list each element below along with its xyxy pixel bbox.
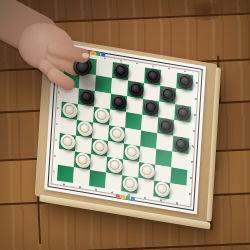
white-piece-d5[interactable]	[109, 125, 125, 142]
black-piece-f1[interactable]	[145, 67, 161, 84]
black-piece-h5[interactable]	[173, 135, 189, 152]
black-piece-d3[interactable]	[111, 93, 127, 110]
white-piece-c4[interactable]	[94, 106, 110, 123]
white-piece-a4[interactable]	[61, 101, 77, 118]
white-piece-e8[interactable]	[122, 175, 138, 192]
photo-scene	[0, 0, 250, 250]
white-piece-f7[interactable]	[139, 162, 155, 179]
white-piece-d7[interactable]	[107, 156, 123, 173]
black-piece-b3[interactable]	[79, 88, 95, 105]
white-piece-g8[interactable]	[154, 180, 170, 197]
white-piece-e6[interactable]	[124, 143, 140, 160]
white-piece-b7[interactable]	[75, 151, 91, 168]
white-piece-a6[interactable]	[60, 133, 76, 150]
black-piece-d1[interactable]	[113, 62, 129, 79]
black-piece-f3[interactable]	[143, 99, 159, 116]
black-piece-e2[interactable]	[128, 80, 144, 97]
black-piece-h3[interactable]	[175, 104, 191, 121]
black-piece-h1[interactable]	[177, 72, 193, 89]
black-piece-g4[interactable]	[158, 117, 174, 134]
white-piece-b5[interactable]	[77, 120, 93, 137]
black-piece-g2[interactable]	[160, 85, 176, 102]
white-piece-c6[interactable]	[92, 138, 108, 155]
